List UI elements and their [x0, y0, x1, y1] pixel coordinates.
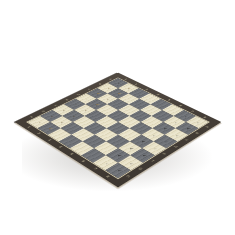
square-d4	[107, 110, 129, 122]
square-g3	[61, 122, 84, 135]
board-scene: 12345678 12345678 abcdefgh abcdefgh ♜♟♟♜…	[45, 49, 191, 195]
piece-glyph: ♜	[105, 160, 132, 172]
chess-board: 12345678 12345678 abcdefgh abcdefgh ♜♟♟♜…	[15, 73, 221, 188]
board-grid: ♜♟♟♜♞♟♟♞♝♟♟♝♛♟♟♛♚♟♟♚♝♟♟♝♞♟♟♞♜♟♟♜	[27, 78, 208, 178]
square-h2: ♟	[38, 122, 61, 135]
chess-set-photo: 12345678 12345678 abcdefgh abcdefgh ♜♟♟♜…	[0, 0, 235, 235]
